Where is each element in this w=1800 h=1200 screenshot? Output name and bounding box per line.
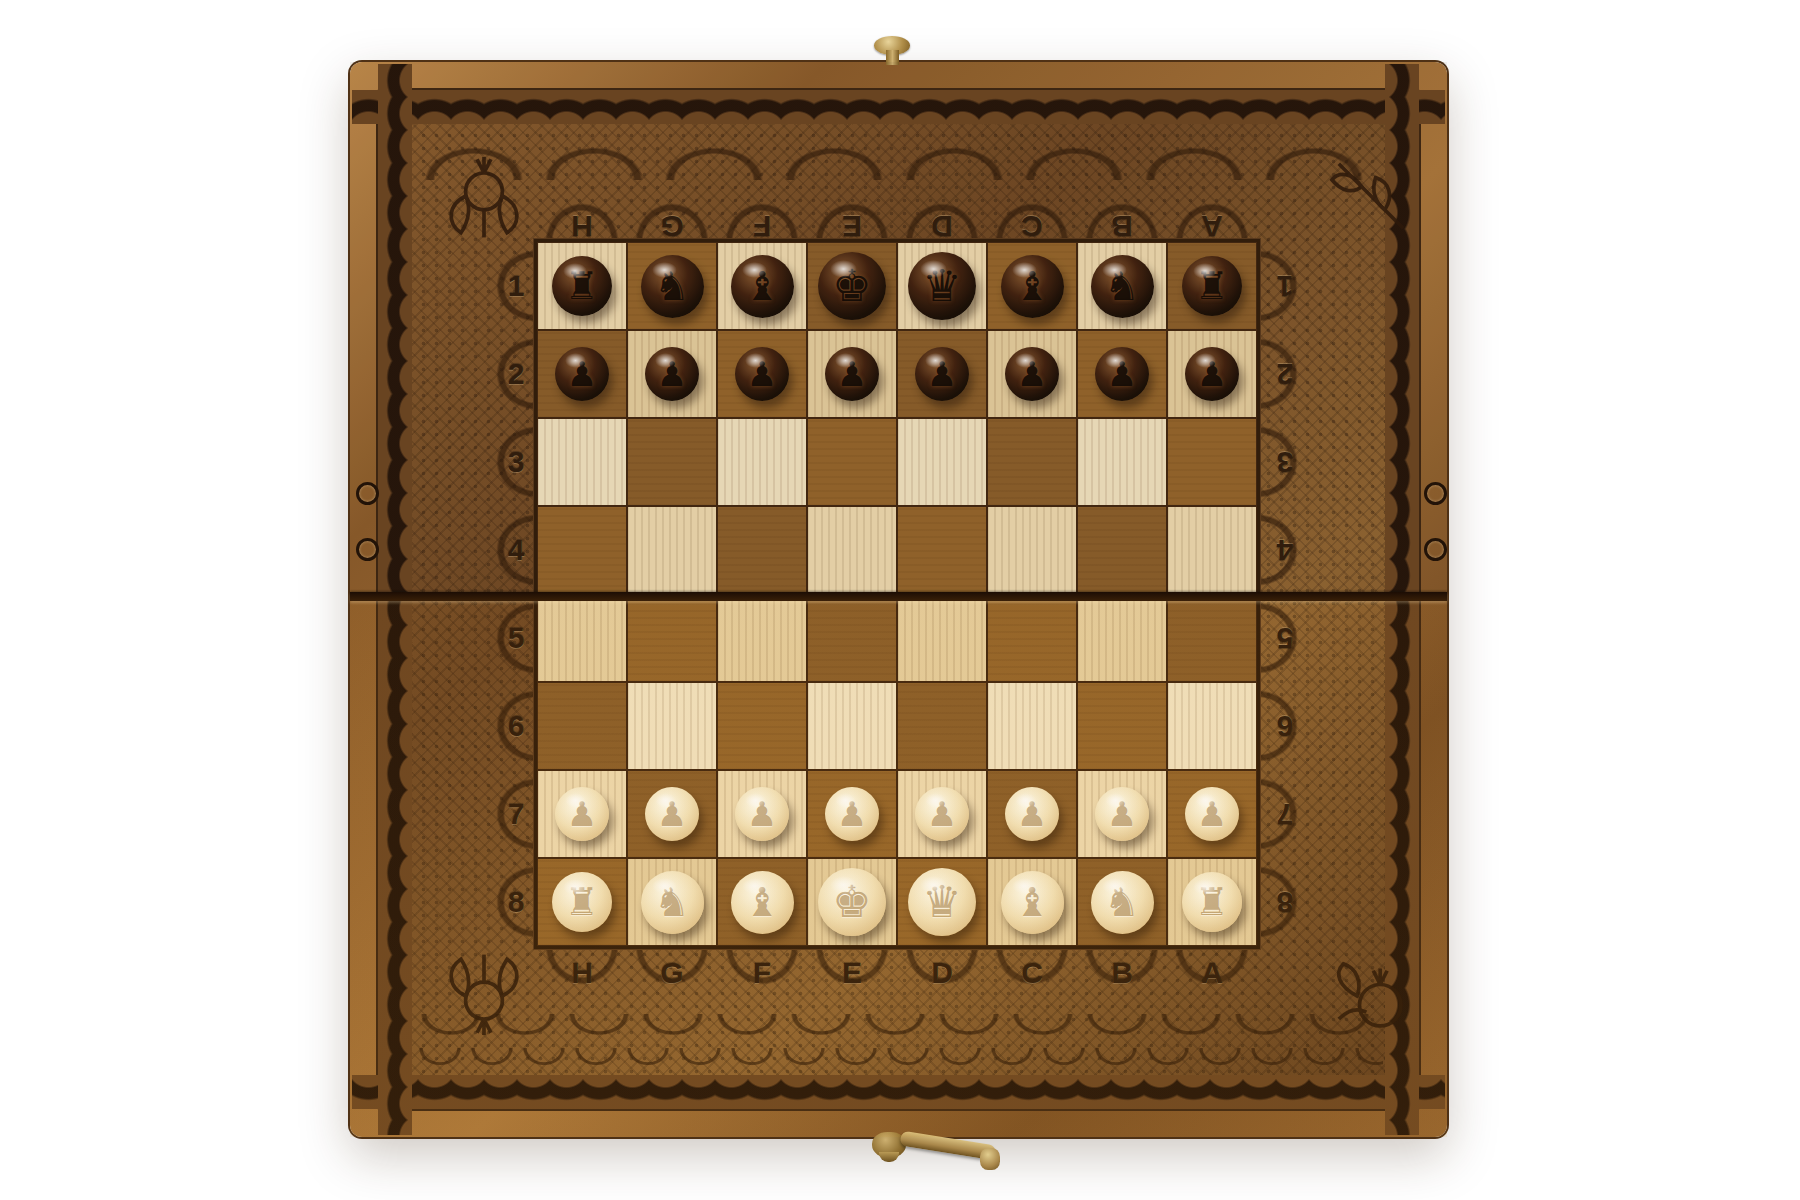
- pawn-glyph: ♟: [927, 797, 957, 831]
- knight-glyph: ♞: [654, 882, 690, 922]
- pawn-glyph: ♟: [1107, 797, 1137, 831]
- square-e3[interactable]: [807, 418, 897, 506]
- square-c8[interactable]: ♝: [987, 858, 1077, 946]
- square-a4[interactable]: [1167, 506, 1257, 594]
- hinge-ring-left-lower: [356, 538, 379, 561]
- hinge-ring-left-upper: [356, 482, 379, 505]
- light-pawn-a7[interactable]: ♟: [1185, 787, 1239, 841]
- hinge-seam: [350, 592, 1447, 601]
- pawn-glyph: ♟: [1017, 357, 1047, 391]
- bishop-glyph: ♝: [744, 266, 780, 306]
- square-e6[interactable]: [807, 682, 897, 770]
- square-b5[interactable]: [1077, 594, 1167, 682]
- pawn-glyph: ♟: [747, 797, 777, 831]
- light-bishop-f8[interactable]: ♝: [731, 871, 794, 934]
- pawn-glyph: ♟: [837, 797, 867, 831]
- light-pawn-f7[interactable]: ♟: [735, 787, 789, 841]
- pawn-glyph: ♟: [1197, 357, 1227, 391]
- square-f2[interactable]: ♟: [717, 330, 807, 418]
- square-f1[interactable]: ♝: [717, 242, 807, 330]
- square-e2[interactable]: ♟: [807, 330, 897, 418]
- queen-glyph: ♛: [922, 264, 961, 308]
- square-f4[interactable]: [717, 506, 807, 594]
- square-c7[interactable]: ♟: [987, 770, 1077, 858]
- knight-glyph: ♞: [1104, 882, 1140, 922]
- pawn-glyph: ♟: [747, 357, 777, 391]
- latch-tip-icon: [980, 1148, 1000, 1170]
- dark-bishop-c1[interactable]: ♝: [1001, 255, 1064, 318]
- square-d7[interactable]: ♟: [897, 770, 987, 858]
- light-bishop-c8[interactable]: ♝: [1001, 871, 1064, 934]
- square-a3[interactable]: [1167, 418, 1257, 506]
- dark-pawn-g2[interactable]: ♟: [645, 347, 699, 401]
- square-h6[interactable]: [537, 682, 627, 770]
- pawn-glyph: ♟: [1197, 797, 1227, 831]
- square-f8[interactable]: ♝: [717, 858, 807, 946]
- square-c6[interactable]: [987, 682, 1077, 770]
- square-b7[interactable]: ♟: [1077, 770, 1167, 858]
- knight-glyph: ♞: [654, 266, 690, 306]
- square-h5[interactable]: [537, 594, 627, 682]
- dark-pawn-e2[interactable]: ♟: [825, 347, 879, 401]
- square-h1[interactable]: ♜: [537, 242, 627, 330]
- rook-glyph: ♜: [1195, 267, 1229, 305]
- dark-pawn-c2[interactable]: ♟: [1005, 347, 1059, 401]
- square-a2[interactable]: ♟: [1167, 330, 1257, 418]
- square-c5[interactable]: [987, 594, 1077, 682]
- king-glyph: ♚: [832, 880, 871, 924]
- square-b8[interactable]: ♞: [1077, 858, 1167, 946]
- flower-motif-icon: [438, 950, 530, 1042]
- light-pawn-g7[interactable]: ♟: [645, 787, 699, 841]
- square-c1[interactable]: ♝: [987, 242, 1077, 330]
- bishop-glyph: ♝: [744, 882, 780, 922]
- dark-bishop-f1[interactable]: ♝: [731, 255, 794, 318]
- square-e8[interactable]: ♚: [807, 858, 897, 946]
- pawn-glyph: ♟: [567, 797, 597, 831]
- square-a5[interactable]: [1167, 594, 1257, 682]
- light-knight-b8[interactable]: ♞: [1091, 871, 1154, 934]
- light-pawn-h7[interactable]: ♟: [555, 787, 609, 841]
- light-rook-a8[interactable]: ♜: [1182, 872, 1242, 932]
- square-d1[interactable]: ♛: [897, 242, 987, 330]
- queen-glyph: ♛: [922, 880, 961, 924]
- square-b6[interactable]: [1077, 682, 1167, 770]
- pawn-glyph: ♟: [1107, 357, 1137, 391]
- square-d3[interactable]: [897, 418, 987, 506]
- square-a6[interactable]: [1167, 682, 1257, 770]
- pawn-glyph: ♟: [657, 797, 687, 831]
- chess-box: HGFEDCBA HGFEDCBA 12345678 12345678 ♜♞♝♚…: [350, 62, 1447, 1137]
- pawn-glyph: ♟: [657, 357, 687, 391]
- rope-border-bottom: [352, 1075, 1445, 1109]
- dark-pawn-a2[interactable]: ♟: [1185, 347, 1239, 401]
- square-b2[interactable]: ♟: [1077, 330, 1167, 418]
- pawn-glyph: ♟: [927, 357, 957, 391]
- hinge-ring-right-upper: [1424, 482, 1447, 505]
- square-h7[interactable]: ♟: [537, 770, 627, 858]
- square-e1[interactable]: ♚: [807, 242, 897, 330]
- square-h3[interactable]: [537, 418, 627, 506]
- square-g2[interactable]: ♟: [627, 330, 717, 418]
- light-pawn-d7[interactable]: ♟: [915, 787, 969, 841]
- bishop-glyph: ♝: [1014, 266, 1050, 306]
- square-h2[interactable]: ♟: [537, 330, 627, 418]
- pomegranate-motif-icon: [1325, 950, 1417, 1042]
- dark-rook-a1[interactable]: ♜: [1182, 256, 1242, 316]
- photo-background: HGFEDCBA HGFEDCBA 12345678 12345678 ♜♞♝♚…: [0, 0, 1800, 1200]
- square-a7[interactable]: ♟: [1167, 770, 1257, 858]
- dark-king-e1[interactable]: ♚: [818, 252, 886, 320]
- square-d2[interactable]: ♟: [897, 330, 987, 418]
- square-h8[interactable]: ♜: [537, 858, 627, 946]
- light-king-e8[interactable]: ♚: [818, 868, 886, 936]
- square-c3[interactable]: [987, 418, 1077, 506]
- square-g3[interactable]: [627, 418, 717, 506]
- dark-knight-g1[interactable]: ♞: [641, 255, 704, 318]
- light-queen-d8[interactable]: ♛: [908, 868, 976, 936]
- dark-rook-h1[interactable]: ♜: [552, 256, 612, 316]
- pawn-glyph: ♟: [837, 357, 867, 391]
- square-e7[interactable]: ♟: [807, 770, 897, 858]
- square-d6[interactable]: [897, 682, 987, 770]
- square-b4[interactable]: [1077, 506, 1167, 594]
- square-c2[interactable]: ♟: [987, 330, 1077, 418]
- square-d5[interactable]: [897, 594, 987, 682]
- square-g5[interactable]: [627, 594, 717, 682]
- square-b3[interactable]: [1077, 418, 1167, 506]
- latch-clasp[interactable]: [872, 1130, 1000, 1174]
- rope-border-top: [352, 90, 1445, 124]
- leaf-branch-motif-icon: [1325, 150, 1417, 242]
- rook-glyph: ♜: [565, 267, 599, 305]
- square-f5[interactable]: [717, 594, 807, 682]
- pawn-glyph: ♟: [1017, 797, 1047, 831]
- dark-queen-d1[interactable]: ♛: [908, 252, 976, 320]
- square-g7[interactable]: ♟: [627, 770, 717, 858]
- rose-bud-motif-icon: [438, 150, 530, 242]
- square-d8[interactable]: ♛: [897, 858, 987, 946]
- square-a1[interactable]: ♜: [1167, 242, 1257, 330]
- square-f3[interactable]: [717, 418, 807, 506]
- light-pawn-b7[interactable]: ♟: [1095, 787, 1149, 841]
- dark-pawn-h2[interactable]: ♟: [555, 347, 609, 401]
- light-rook-h8[interactable]: ♜: [552, 872, 612, 932]
- square-g8[interactable]: ♞: [627, 858, 717, 946]
- king-glyph: ♚: [832, 264, 871, 308]
- rook-glyph: ♜: [1195, 883, 1229, 921]
- square-e5[interactable]: [807, 594, 897, 682]
- square-e4[interactable]: [807, 506, 897, 594]
- square-g4[interactable]: [627, 506, 717, 594]
- knight-glyph: ♞: [1104, 266, 1140, 306]
- square-f6[interactable]: [717, 682, 807, 770]
- square-a8[interactable]: ♜: [1167, 858, 1257, 946]
- square-b1[interactable]: ♞: [1077, 242, 1167, 330]
- square-h4[interactable]: [537, 506, 627, 594]
- light-pawn-c7[interactable]: ♟: [1005, 787, 1059, 841]
- lid-knob-stem: [886, 50, 899, 65]
- dark-pawn-b2[interactable]: ♟: [1095, 347, 1149, 401]
- hinge-ring-right-lower: [1424, 538, 1447, 561]
- square-g1[interactable]: ♞: [627, 242, 717, 330]
- square-c4[interactable]: [987, 506, 1077, 594]
- square-g6[interactable]: [627, 682, 717, 770]
- light-pawn-e7[interactable]: ♟: [825, 787, 879, 841]
- dark-pawn-f2[interactable]: ♟: [735, 347, 789, 401]
- square-d4[interactable]: [897, 506, 987, 594]
- dark-knight-b1[interactable]: ♞: [1091, 255, 1154, 318]
- bishop-glyph: ♝: [1014, 882, 1050, 922]
- rook-glyph: ♜: [565, 883, 599, 921]
- light-knight-g8[interactable]: ♞: [641, 871, 704, 934]
- dark-pawn-d2[interactable]: ♟: [915, 347, 969, 401]
- square-f7[interactable]: ♟: [717, 770, 807, 858]
- pawn-glyph: ♟: [567, 357, 597, 391]
